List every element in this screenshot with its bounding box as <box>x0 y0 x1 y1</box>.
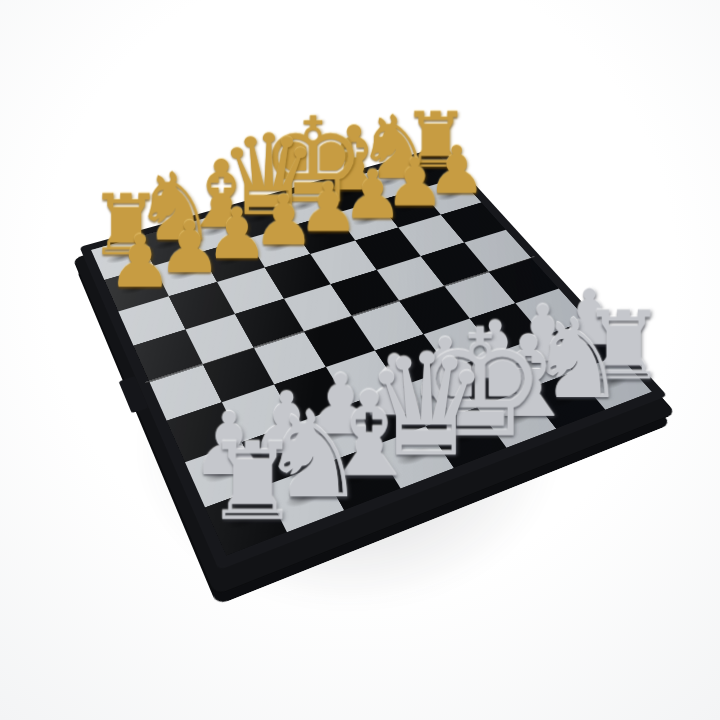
gold-pawn-icon: ♟ <box>32 224 248 297</box>
silver-rook-icon: ♜ <box>119 429 387 536</box>
chess-set-photo: ♜♞♝♛♚♝♞♜♟♟♟♟♟♟♟♟♟♟♟♟♟♟♟♟♜♞♝♛♚♝♞♜ <box>0 0 720 720</box>
